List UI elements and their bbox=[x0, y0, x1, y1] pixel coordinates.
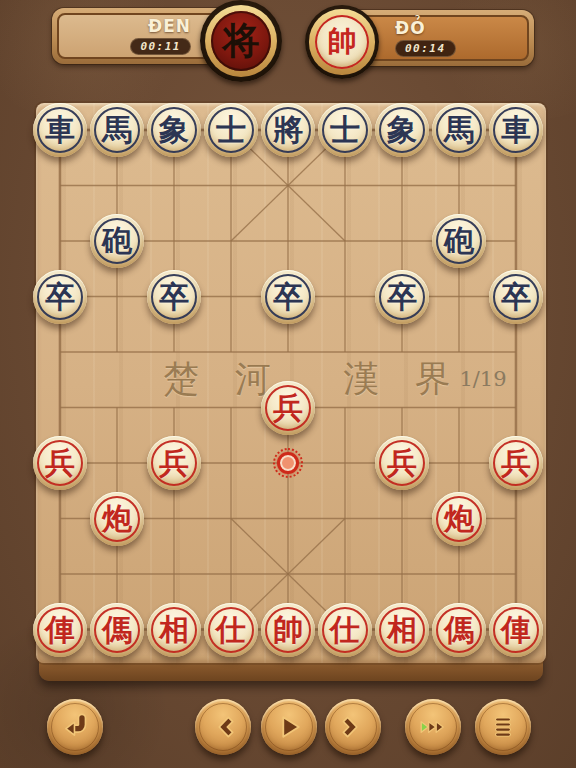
piece-red-chariot[interactable]: 俥 bbox=[489, 603, 543, 657]
piece-black-elephant[interactable]: 象 bbox=[147, 103, 201, 157]
piece-red-chariot[interactable]: 俥 bbox=[33, 603, 87, 657]
chevron-right-icon bbox=[338, 712, 368, 742]
piece-red-soldier[interactable]: 兵 bbox=[375, 436, 429, 490]
piece-black-cannon[interactable]: 砲 bbox=[90, 214, 144, 268]
red-player-name: ĐỎ bbox=[395, 20, 426, 37]
piece-black-chariot[interactable]: 車 bbox=[33, 103, 87, 157]
piece-red-advisor[interactable]: 仕 bbox=[318, 603, 372, 657]
xiangqi-board[interactable]: 楚 河 漢 界 1/19 車馬象士將士象馬車砲砲卒卒卒卒卒兵兵兵兵兵炮炮俥傌相仕… bbox=[36, 103, 546, 683]
piece-red-horse[interactable]: 傌 bbox=[432, 603, 486, 657]
black-general-badge-glyph: 将 bbox=[211, 11, 272, 72]
piece-black-horse[interactable]: 馬 bbox=[90, 103, 144, 157]
piece-red-elephant[interactable]: 相 bbox=[147, 603, 201, 657]
red-player-piece-badge: 帥 bbox=[305, 5, 379, 79]
piece-black-soldier[interactable]: 卒 bbox=[261, 270, 315, 324]
menu-bars-icon bbox=[488, 712, 518, 742]
piece-black-advisor[interactable]: 士 bbox=[204, 103, 258, 157]
piece-black-soldier[interactable]: 卒 bbox=[33, 270, 87, 324]
piece-black-horse[interactable]: 馬 bbox=[432, 103, 486, 157]
fast-forward-button[interactable] bbox=[405, 699, 461, 755]
piece-black-advisor[interactable]: 士 bbox=[318, 103, 372, 157]
undo-button[interactable] bbox=[47, 699, 103, 755]
black-player-piece-badge: 将 bbox=[200, 0, 282, 82]
red-player-timer: 00:14 bbox=[395, 40, 456, 57]
piece-black-soldier[interactable]: 卒 bbox=[375, 270, 429, 324]
piece-black-soldier[interactable]: 卒 bbox=[147, 270, 201, 324]
piece-black-general[interactable]: 將 bbox=[261, 103, 315, 157]
piece-red-cannon[interactable]: 炮 bbox=[432, 492, 486, 546]
piece-red-horse[interactable]: 傌 bbox=[90, 603, 144, 657]
black-player-timer: 00:11 bbox=[130, 38, 191, 55]
piece-red-elephant[interactable]: 相 bbox=[375, 603, 429, 657]
piece-red-soldier[interactable]: 兵 bbox=[147, 436, 201, 490]
river-text-right: 漢 界 bbox=[328, 359, 468, 399]
fast-forward-icon bbox=[418, 712, 448, 742]
red-general-badge-glyph: 帥 bbox=[315, 15, 370, 70]
chevron-left-icon bbox=[208, 712, 238, 742]
move-counter: 1/19 bbox=[448, 367, 518, 391]
menu-button[interactable] bbox=[475, 699, 531, 755]
piece-black-soldier[interactable]: 卒 bbox=[489, 270, 543, 324]
piece-black-cannon[interactable]: 砲 bbox=[432, 214, 486, 268]
piece-red-soldier[interactable]: 兵 bbox=[489, 436, 543, 490]
prev-move-button[interactable] bbox=[195, 699, 251, 755]
piece-red-advisor[interactable]: 仕 bbox=[204, 603, 258, 657]
next-move-button[interactable] bbox=[325, 699, 381, 755]
return-arrow-icon bbox=[60, 712, 90, 742]
play-button[interactable] bbox=[261, 699, 317, 755]
last-move-origin-marker bbox=[277, 452, 299, 474]
piece-black-chariot[interactable]: 車 bbox=[489, 103, 543, 157]
piece-black-elephant[interactable]: 象 bbox=[375, 103, 429, 157]
piece-red-general[interactable]: 帥 bbox=[261, 603, 315, 657]
piece-red-soldier[interactable]: 兵 bbox=[261, 381, 315, 435]
piece-red-cannon[interactable]: 炮 bbox=[90, 492, 144, 546]
piece-red-soldier[interactable]: 兵 bbox=[33, 436, 87, 490]
play-icon bbox=[273, 711, 305, 743]
black-player-name: ĐEN bbox=[148, 18, 191, 35]
